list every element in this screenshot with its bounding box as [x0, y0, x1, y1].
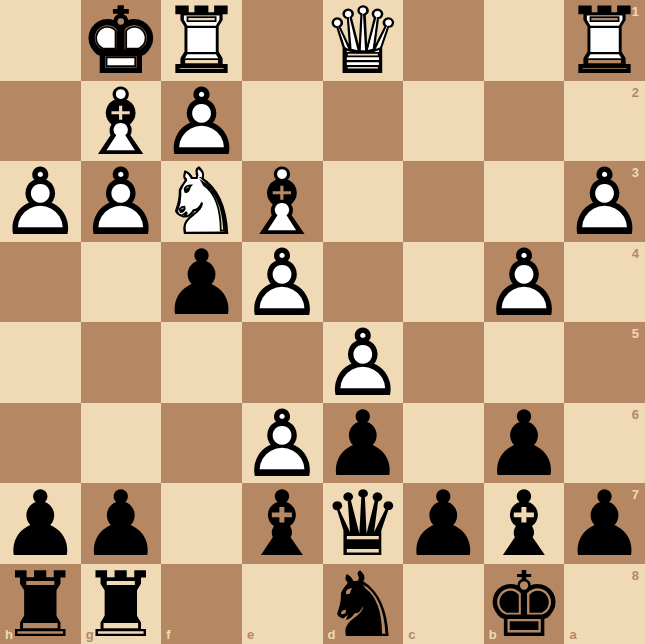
square-f7[interactable]: [161, 483, 242, 564]
black-bishop-icon: ♝: [484, 484, 565, 565]
rank-label-4: 4: [632, 246, 639, 261]
piece-black-bishop[interactable]: ♝: [484, 483, 565, 564]
square-b1[interactable]: [484, 0, 565, 81]
piece-white-bishop[interactable]: ♝♗: [81, 81, 162, 162]
white-bishop-icon: ♝: [81, 82, 162, 163]
file-label-c: c: [408, 627, 415, 642]
piece-black-pawn[interactable]: ♟: [403, 483, 484, 564]
file-label-b: b: [489, 627, 497, 642]
white-king-icon: ♚: [81, 1, 162, 82]
white-pawn-outline-icon: ♙: [0, 162, 81, 243]
rank-label-5: 5: [632, 326, 639, 341]
square-d6[interactable]: ♟: [323, 403, 404, 484]
black-queen-icon: ♛: [323, 484, 404, 565]
white-queen-icon: ♛: [323, 1, 404, 82]
black-pawn-icon: ♟: [484, 404, 565, 485]
white-knight-icon: ♞: [161, 162, 242, 243]
white-knight-outline-icon: ♘: [161, 162, 242, 243]
piece-white-rook[interactable]: ♜♖: [161, 0, 242, 81]
black-bishop-icon: ♝: [242, 484, 323, 565]
square-f4[interactable]: ♟: [161, 242, 242, 323]
square-f2[interactable]: ♟♙: [161, 81, 242, 162]
file-label-g: g: [86, 627, 94, 642]
square-b4[interactable]: ♟♙: [484, 242, 565, 323]
piece-black-queen[interactable]: ♛: [323, 483, 404, 564]
white-pawn-icon: ♟: [0, 162, 81, 243]
white-pawn-icon: ♟: [81, 162, 162, 243]
white-bishop-icon: ♝: [242, 162, 323, 243]
piece-white-pawn[interactable]: ♟♙: [242, 403, 323, 484]
white-rook-outline-icon: ♖: [161, 1, 242, 82]
white-pawn-outline-icon: ♙: [484, 243, 565, 324]
square-b6[interactable]: ♟: [484, 403, 565, 484]
piece-black-pawn[interactable]: ♟: [0, 483, 81, 564]
square-f8[interactable]: [161, 564, 242, 644]
white-pawn-icon: ♟: [323, 323, 404, 404]
white-pawn-icon: ♟: [161, 82, 242, 163]
square-e6[interactable]: ♟♙: [242, 403, 323, 484]
white-pawn-icon: ♟: [484, 243, 565, 324]
white-pawn-outline-icon: ♙: [242, 404, 323, 485]
white-queen-outline-icon: ♕: [323, 1, 404, 82]
square-h1[interactable]: [0, 0, 81, 81]
file-label-d: d: [328, 627, 336, 642]
square-d1[interactable]: ♛♕: [323, 0, 404, 81]
piece-black-pawn[interactable]: ♟: [81, 483, 162, 564]
piece-white-pawn[interactable]: ♟♙: [81, 161, 162, 242]
square-c2[interactable]: [403, 81, 484, 162]
square-c5[interactable]: [403, 322, 484, 403]
piece-white-pawn[interactable]: ♟♙: [323, 322, 404, 403]
piece-white-queen[interactable]: ♛♕: [323, 0, 404, 81]
white-rook-icon: ♜: [161, 1, 242, 82]
square-f5[interactable]: [161, 322, 242, 403]
square-c7[interactable]: ♟: [403, 483, 484, 564]
black-pawn-icon: ♟: [323, 404, 404, 485]
square-g5[interactable]: [81, 322, 162, 403]
square-g2[interactable]: ♝♗: [81, 81, 162, 162]
white-pawn-outline-icon: ♙: [161, 82, 242, 163]
square-h4[interactable]: [0, 242, 81, 323]
piece-white-pawn[interactable]: ♟♙: [0, 161, 81, 242]
white-pawn-outline-icon: ♙: [323, 323, 404, 404]
square-e1[interactable]: [242, 0, 323, 81]
rank-label-8: 8: [632, 568, 639, 583]
square-c4[interactable]: [403, 242, 484, 323]
piece-white-pawn[interactable]: ♟♙: [242, 242, 323, 323]
square-d5[interactable]: ♟♙: [323, 322, 404, 403]
square-e4[interactable]: ♟♙: [242, 242, 323, 323]
file-label-h: h: [5, 627, 13, 642]
square-e2[interactable]: [242, 81, 323, 162]
square-d7[interactable]: ♛: [323, 483, 404, 564]
square-b7[interactable]: ♝: [484, 483, 565, 564]
piece-white-pawn[interactable]: ♟♙: [484, 242, 565, 323]
square-c3[interactable]: [403, 161, 484, 242]
square-g4[interactable]: [81, 242, 162, 323]
black-pawn-icon: ♟: [403, 484, 484, 565]
white-pawn-outline-icon: ♙: [81, 162, 162, 243]
white-king-outline-icon: ♔: [81, 1, 162, 82]
square-e7[interactable]: ♝: [242, 483, 323, 564]
square-g7[interactable]: ♟: [81, 483, 162, 564]
black-pawn-icon: ♟: [161, 243, 242, 324]
white-bishop-outline-icon: ♗: [242, 162, 323, 243]
rank-label-1: 1: [632, 4, 639, 19]
square-e5[interactable]: [242, 322, 323, 403]
piece-black-pawn[interactable]: ♟: [484, 403, 565, 484]
square-g3[interactable]: ♟♙: [81, 161, 162, 242]
chess-board: ♚♔♜♖♛♕♜♖♝♗♟♙♟♙♟♙♞♘♝♗♟♙♟♟♙♟♙♟♙♟♙♟♟♟♟♝♛♟♝♟…: [0, 0, 645, 644]
square-h2[interactable]: [0, 81, 81, 162]
piece-black-pawn[interactable]: ♟: [161, 242, 242, 323]
black-pawn-icon: ♟: [0, 484, 81, 565]
piece-black-bishop[interactable]: ♝: [242, 483, 323, 564]
square-d2[interactable]: [323, 81, 404, 162]
rank-label-6: 6: [632, 407, 639, 422]
square-g1[interactable]: ♚♔: [81, 0, 162, 81]
square-h3[interactable]: ♟♙: [0, 161, 81, 242]
piece-white-bishop[interactable]: ♝♗: [242, 161, 323, 242]
rank-label-3: 3: [632, 165, 639, 180]
square-f6[interactable]: [161, 403, 242, 484]
file-label-f: f: [166, 627, 170, 642]
square-b3[interactable]: [484, 161, 565, 242]
square-f3[interactable]: ♞♘: [161, 161, 242, 242]
piece-white-knight[interactable]: ♞♘: [161, 161, 242, 242]
square-e3[interactable]: ♝♗: [242, 161, 323, 242]
square-d4[interactable]: [323, 242, 404, 323]
black-pawn-icon: ♟: [81, 484, 162, 565]
rank-label-2: 2: [632, 85, 639, 100]
rank-label-7: 7: [632, 487, 639, 502]
white-pawn-icon: ♟: [242, 404, 323, 485]
square-h5[interactable]: [0, 322, 81, 403]
square-f1[interactable]: ♜♖: [161, 0, 242, 81]
piece-black-pawn[interactable]: ♟: [323, 403, 404, 484]
file-label-a: a: [569, 627, 576, 642]
square-h6[interactable]: [0, 403, 81, 484]
white-pawn-outline-icon: ♙: [242, 243, 323, 324]
square-b5[interactable]: [484, 322, 565, 403]
square-c6[interactable]: [403, 403, 484, 484]
piece-white-pawn[interactable]: ♟♙: [161, 81, 242, 162]
white-bishop-outline-icon: ♗: [81, 82, 162, 163]
square-c1[interactable]: [403, 0, 484, 81]
square-g6[interactable]: [81, 403, 162, 484]
file-label-e: e: [247, 627, 254, 642]
piece-white-king[interactable]: ♚♔: [81, 0, 162, 81]
square-b2[interactable]: [484, 81, 565, 162]
square-h7[interactable]: ♟: [0, 483, 81, 564]
square-d3[interactable]: [323, 161, 404, 242]
white-pawn-icon: ♟: [242, 243, 323, 324]
